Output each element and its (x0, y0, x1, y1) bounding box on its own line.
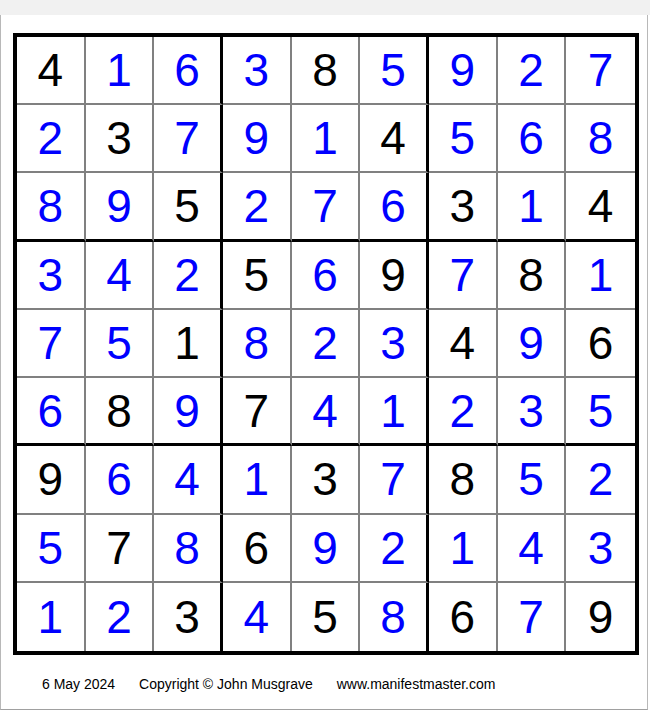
sudoku-cell-r7c7: 8 (429, 446, 498, 514)
sudoku-cell-r1c7: 9 (429, 37, 498, 105)
sudoku-cell-r1c5: 8 (292, 37, 361, 105)
sudoku-cell-r7c5: 3 (292, 446, 361, 514)
sudoku-cell-r5c7: 4 (429, 310, 498, 378)
sudoku-cell-r1c3: 6 (154, 37, 223, 105)
sudoku-cell-r9c7: 6 (429, 583, 498, 651)
sudoku-cell-r7c9: 2 (566, 446, 635, 514)
sudoku-cell-r9c1: 1 (17, 583, 86, 651)
sudoku-cell-r2c5: 1 (292, 105, 361, 173)
sudoku-board: 4163859272379145688952763143425697817518… (13, 33, 639, 655)
sudoku-cell-r3c7: 3 (429, 173, 498, 241)
sudoku-cell-r5c3: 1 (154, 310, 223, 378)
sudoku-cell-r8c8: 4 (498, 515, 567, 583)
footer-copyright: Copyright © John Musgrave (139, 676, 313, 692)
sudoku-cell-r3c4: 2 (223, 173, 292, 241)
sudoku-cell-r5c4: 8 (223, 310, 292, 378)
sudoku-cell-r9c8: 7 (498, 583, 567, 651)
sudoku-cell-r9c2: 2 (86, 583, 155, 651)
sudoku-cell-r9c3: 3 (154, 583, 223, 651)
sudoku-cell-r1c1: 4 (17, 37, 86, 105)
page-top-margin (0, 0, 650, 15)
sudoku-cell-r3c1: 8 (17, 173, 86, 241)
footer: 6 May 2024 Copyright © John Musgrave www… (42, 676, 495, 692)
sudoku-cell-r2c6: 4 (360, 105, 429, 173)
sudoku-cell-r2c9: 8 (566, 105, 635, 173)
sudoku-cell-r1c4: 3 (223, 37, 292, 105)
sudoku-cell-r7c4: 1 (223, 446, 292, 514)
sudoku-cell-r6c8: 3 (498, 378, 567, 446)
footer-date: 6 May 2024 (42, 676, 115, 692)
sudoku-cell-r8c1: 5 (17, 515, 86, 583)
sudoku-cell-r4c2: 4 (86, 242, 155, 310)
sudoku-cell-r9c6: 8 (360, 583, 429, 651)
sudoku-cell-r3c2: 9 (86, 173, 155, 241)
sudoku-cell-r9c5: 5 (292, 583, 361, 651)
sudoku-cell-r5c8: 9 (498, 310, 567, 378)
sudoku-cell-r7c2: 6 (86, 446, 155, 514)
sudoku-cell-r6c6: 1 (360, 378, 429, 446)
sudoku-cell-r2c4: 9 (223, 105, 292, 173)
sudoku-cell-r6c2: 8 (86, 378, 155, 446)
sudoku-cell-r5c2: 5 (86, 310, 155, 378)
sudoku-cell-r8c9: 3 (566, 515, 635, 583)
sudoku-cell-r4c5: 6 (292, 242, 361, 310)
sudoku-cell-r4c9: 1 (566, 242, 635, 310)
sudoku-cell-r6c7: 2 (429, 378, 498, 446)
sudoku-cell-r5c5: 2 (292, 310, 361, 378)
sudoku-cell-r3c9: 4 (566, 173, 635, 241)
sudoku-cell-r5c1: 7 (17, 310, 86, 378)
sudoku-cell-r4c3: 2 (154, 242, 223, 310)
puzzle-page: 4163859272379145688952763143425697817518… (0, 15, 648, 710)
sudoku-cell-r6c4: 7 (223, 378, 292, 446)
sudoku-cell-r6c5: 4 (292, 378, 361, 446)
sudoku-cell-r2c7: 5 (429, 105, 498, 173)
sudoku-cell-r6c3: 9 (154, 378, 223, 446)
sudoku-cell-r2c2: 3 (86, 105, 155, 173)
sudoku-cell-r3c6: 6 (360, 173, 429, 241)
sudoku-cell-r3c5: 7 (292, 173, 361, 241)
footer-website: www.manifestmaster.com (337, 676, 496, 692)
sudoku-cell-r6c1: 6 (17, 378, 86, 446)
sudoku-cell-r4c7: 7 (429, 242, 498, 310)
sudoku-cell-r8c6: 2 (360, 515, 429, 583)
sudoku-cell-r8c5: 9 (292, 515, 361, 583)
sudoku-cell-r5c6: 3 (360, 310, 429, 378)
sudoku-cell-r8c4: 6 (223, 515, 292, 583)
sudoku-cell-r9c9: 9 (566, 583, 635, 651)
sudoku-cell-r1c6: 5 (360, 37, 429, 105)
sudoku-cell-r2c3: 7 (154, 105, 223, 173)
sudoku-cell-r7c1: 9 (17, 446, 86, 514)
sudoku-cell-r8c3: 8 (154, 515, 223, 583)
sudoku-cell-r5c9: 6 (566, 310, 635, 378)
sudoku-cell-r4c1: 3 (17, 242, 86, 310)
sudoku-cell-r2c8: 6 (498, 105, 567, 173)
sudoku-cell-r2c1: 2 (17, 105, 86, 173)
sudoku-cell-r1c2: 1 (86, 37, 155, 105)
sudoku-cell-r9c4: 4 (223, 583, 292, 651)
sudoku-cell-r7c6: 7 (360, 446, 429, 514)
sudoku-cell-r3c3: 5 (154, 173, 223, 241)
sudoku-cell-r6c9: 5 (566, 378, 635, 446)
sudoku-cell-r7c3: 4 (154, 446, 223, 514)
sudoku-cell-r4c4: 5 (223, 242, 292, 310)
sudoku-cell-r8c7: 1 (429, 515, 498, 583)
sudoku-cell-r7c8: 5 (498, 446, 567, 514)
sudoku-cell-r1c8: 2 (498, 37, 567, 105)
sudoku-cell-r3c8: 1 (498, 173, 567, 241)
sudoku-cell-r4c6: 9 (360, 242, 429, 310)
sudoku-cell-r1c9: 7 (566, 37, 635, 105)
sudoku-cell-r4c8: 8 (498, 242, 567, 310)
sudoku-cell-r8c2: 7 (86, 515, 155, 583)
